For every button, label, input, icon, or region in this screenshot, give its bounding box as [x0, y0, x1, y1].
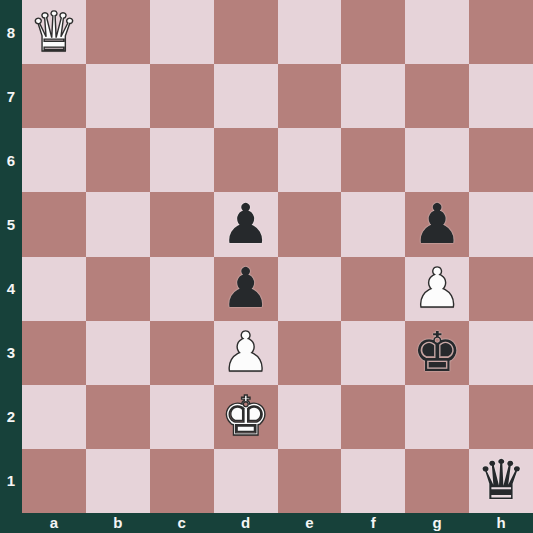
file-label-g: g	[405, 513, 469, 533]
rank-label-8: 8	[0, 0, 22, 64]
square-a3[interactable]	[22, 321, 86, 385]
square-f4[interactable]	[341, 257, 405, 321]
file-label-a: a	[22, 513, 86, 533]
square-d1[interactable]	[214, 449, 278, 513]
rank-label-3: 3	[0, 321, 22, 385]
square-g6[interactable]	[405, 128, 469, 192]
square-a2[interactable]	[22, 385, 86, 449]
file-label-f: f	[341, 513, 405, 533]
rank-label-1: 1	[0, 449, 22, 513]
file-label-e: e	[278, 513, 342, 533]
square-c5[interactable]	[150, 192, 214, 256]
square-h2[interactable]	[469, 385, 533, 449]
square-b2[interactable]	[86, 385, 150, 449]
square-c3[interactable]	[150, 321, 214, 385]
square-g7[interactable]	[405, 64, 469, 128]
square-b4[interactable]	[86, 257, 150, 321]
square-f2[interactable]	[341, 385, 405, 449]
square-h5[interactable]	[469, 192, 533, 256]
piece-black-queen-h1[interactable]: ♛	[469, 449, 533, 513]
square-a6[interactable]	[22, 128, 86, 192]
piece-black-pawn-d5[interactable]: ♟	[214, 192, 278, 256]
square-a7[interactable]	[22, 64, 86, 128]
square-a5[interactable]	[22, 192, 86, 256]
square-e2[interactable]	[278, 385, 342, 449]
square-c1[interactable]	[150, 449, 214, 513]
square-d3[interactable]: ♟	[214, 321, 278, 385]
square-b3[interactable]	[86, 321, 150, 385]
square-h1[interactable]: ♛	[469, 449, 533, 513]
square-d7[interactable]	[214, 64, 278, 128]
square-g2[interactable]	[405, 385, 469, 449]
square-g3[interactable]: ♚	[405, 321, 469, 385]
square-e1[interactable]	[278, 449, 342, 513]
square-a4[interactable]	[22, 257, 86, 321]
square-d2[interactable]: ♚	[214, 385, 278, 449]
square-c4[interactable]	[150, 257, 214, 321]
file-label-h: h	[469, 513, 533, 533]
square-e4[interactable]	[278, 257, 342, 321]
square-a8[interactable]: ♛	[22, 0, 86, 64]
square-b1[interactable]	[86, 449, 150, 513]
square-c7[interactable]	[150, 64, 214, 128]
square-f5[interactable]	[341, 192, 405, 256]
square-c8[interactable]	[150, 0, 214, 64]
square-h4[interactable]	[469, 257, 533, 321]
file-label-d: d	[214, 513, 278, 533]
square-h6[interactable]	[469, 128, 533, 192]
square-e7[interactable]	[278, 64, 342, 128]
square-f3[interactable]	[341, 321, 405, 385]
rank-labels: 87654321	[0, 0, 22, 513]
piece-white-pawn-d3[interactable]: ♟	[214, 321, 278, 385]
square-b8[interactable]	[86, 0, 150, 64]
square-e6[interactable]	[278, 128, 342, 192]
rank-label-6: 6	[0, 128, 22, 192]
square-e5[interactable]	[278, 192, 342, 256]
square-g4[interactable]: ♟	[405, 257, 469, 321]
square-f6[interactable]	[341, 128, 405, 192]
square-a1[interactable]	[22, 449, 86, 513]
piece-black-pawn-d4[interactable]: ♟	[214, 257, 278, 321]
square-h8[interactable]	[469, 0, 533, 64]
square-h7[interactable]	[469, 64, 533, 128]
chess-board[interactable]: ♛♟♟♟♟♟♚♚♛	[22, 0, 533, 513]
square-g1[interactable]	[405, 449, 469, 513]
square-d5[interactable]: ♟	[214, 192, 278, 256]
rank-label-5: 5	[0, 192, 22, 256]
square-e3[interactable]	[278, 321, 342, 385]
piece-white-queen-a8[interactable]: ♛	[22, 0, 86, 64]
square-b7[interactable]	[86, 64, 150, 128]
square-b5[interactable]	[86, 192, 150, 256]
square-f7[interactable]	[341, 64, 405, 128]
square-d8[interactable]	[214, 0, 278, 64]
rank-label-2: 2	[0, 385, 22, 449]
chess-board-frame: 87654321 ♛♟♟♟♟♟♚♚♛ abcdefgh	[0, 0, 533, 533]
square-g5[interactable]: ♟	[405, 192, 469, 256]
square-d6[interactable]	[214, 128, 278, 192]
rank-label-4: 4	[0, 257, 22, 321]
piece-white-king-d2[interactable]: ♚	[214, 385, 278, 449]
piece-black-king-g3[interactable]: ♚	[405, 321, 469, 385]
square-h3[interactable]	[469, 321, 533, 385]
file-label-c: c	[150, 513, 214, 533]
square-g8[interactable]	[405, 0, 469, 64]
rank-label-7: 7	[0, 64, 22, 128]
piece-white-pawn-g4[interactable]: ♟	[405, 257, 469, 321]
file-label-b: b	[86, 513, 150, 533]
square-f1[interactable]	[341, 449, 405, 513]
square-e8[interactable]	[278, 0, 342, 64]
square-b6[interactable]	[86, 128, 150, 192]
square-f8[interactable]	[341, 0, 405, 64]
square-d4[interactable]: ♟	[214, 257, 278, 321]
piece-black-pawn-g5[interactable]: ♟	[405, 192, 469, 256]
square-c6[interactable]	[150, 128, 214, 192]
file-labels: abcdefgh	[22, 513, 533, 533]
square-c2[interactable]	[150, 385, 214, 449]
